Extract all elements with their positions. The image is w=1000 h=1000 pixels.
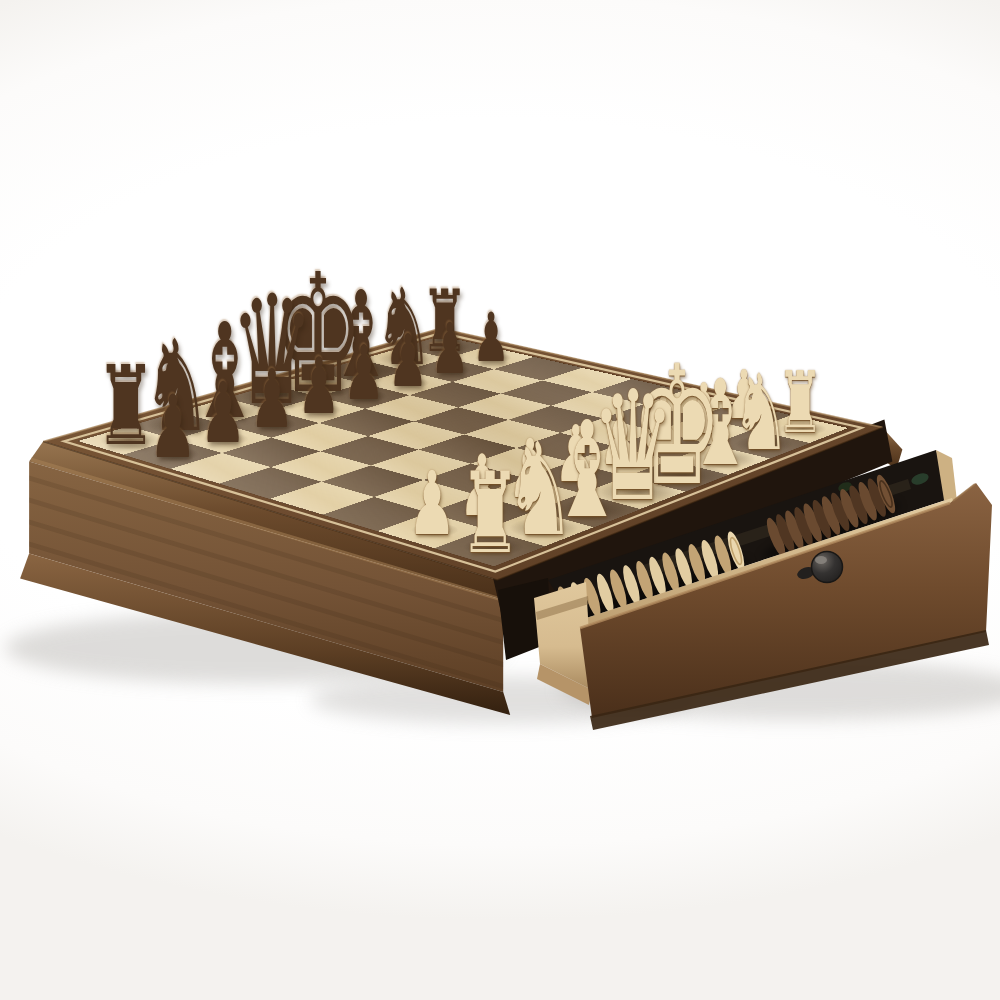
pawn-glyph: ♟	[472, 303, 510, 371]
product-photo-scene: ♜♞♝♛♚♝♞♜♟♟♟♟♟♟♟♟♟♟♟♟♟♟♟♟♜♞♝♛♚♝♞♜	[0, 0, 1000, 1000]
pawn-glyph: ♟	[343, 336, 385, 411]
pawn-glyph: ♟	[430, 314, 469, 384]
rook-glyph: ♜	[459, 458, 521, 570]
rook-glyph: ♜	[96, 353, 157, 463]
pawn-glyph: ♟	[249, 359, 294, 440]
pawn-glyph: ♟	[387, 325, 427, 398]
pawn-glyph: ♟	[149, 384, 197, 471]
pawn-glyph: ♟	[200, 371, 247, 455]
knob-highlight	[815, 556, 827, 564]
drawer-knob[interactable]	[812, 552, 843, 583]
pawn-glyph: ♟	[297, 347, 340, 425]
pawn-glyph: ♟	[407, 460, 456, 548]
